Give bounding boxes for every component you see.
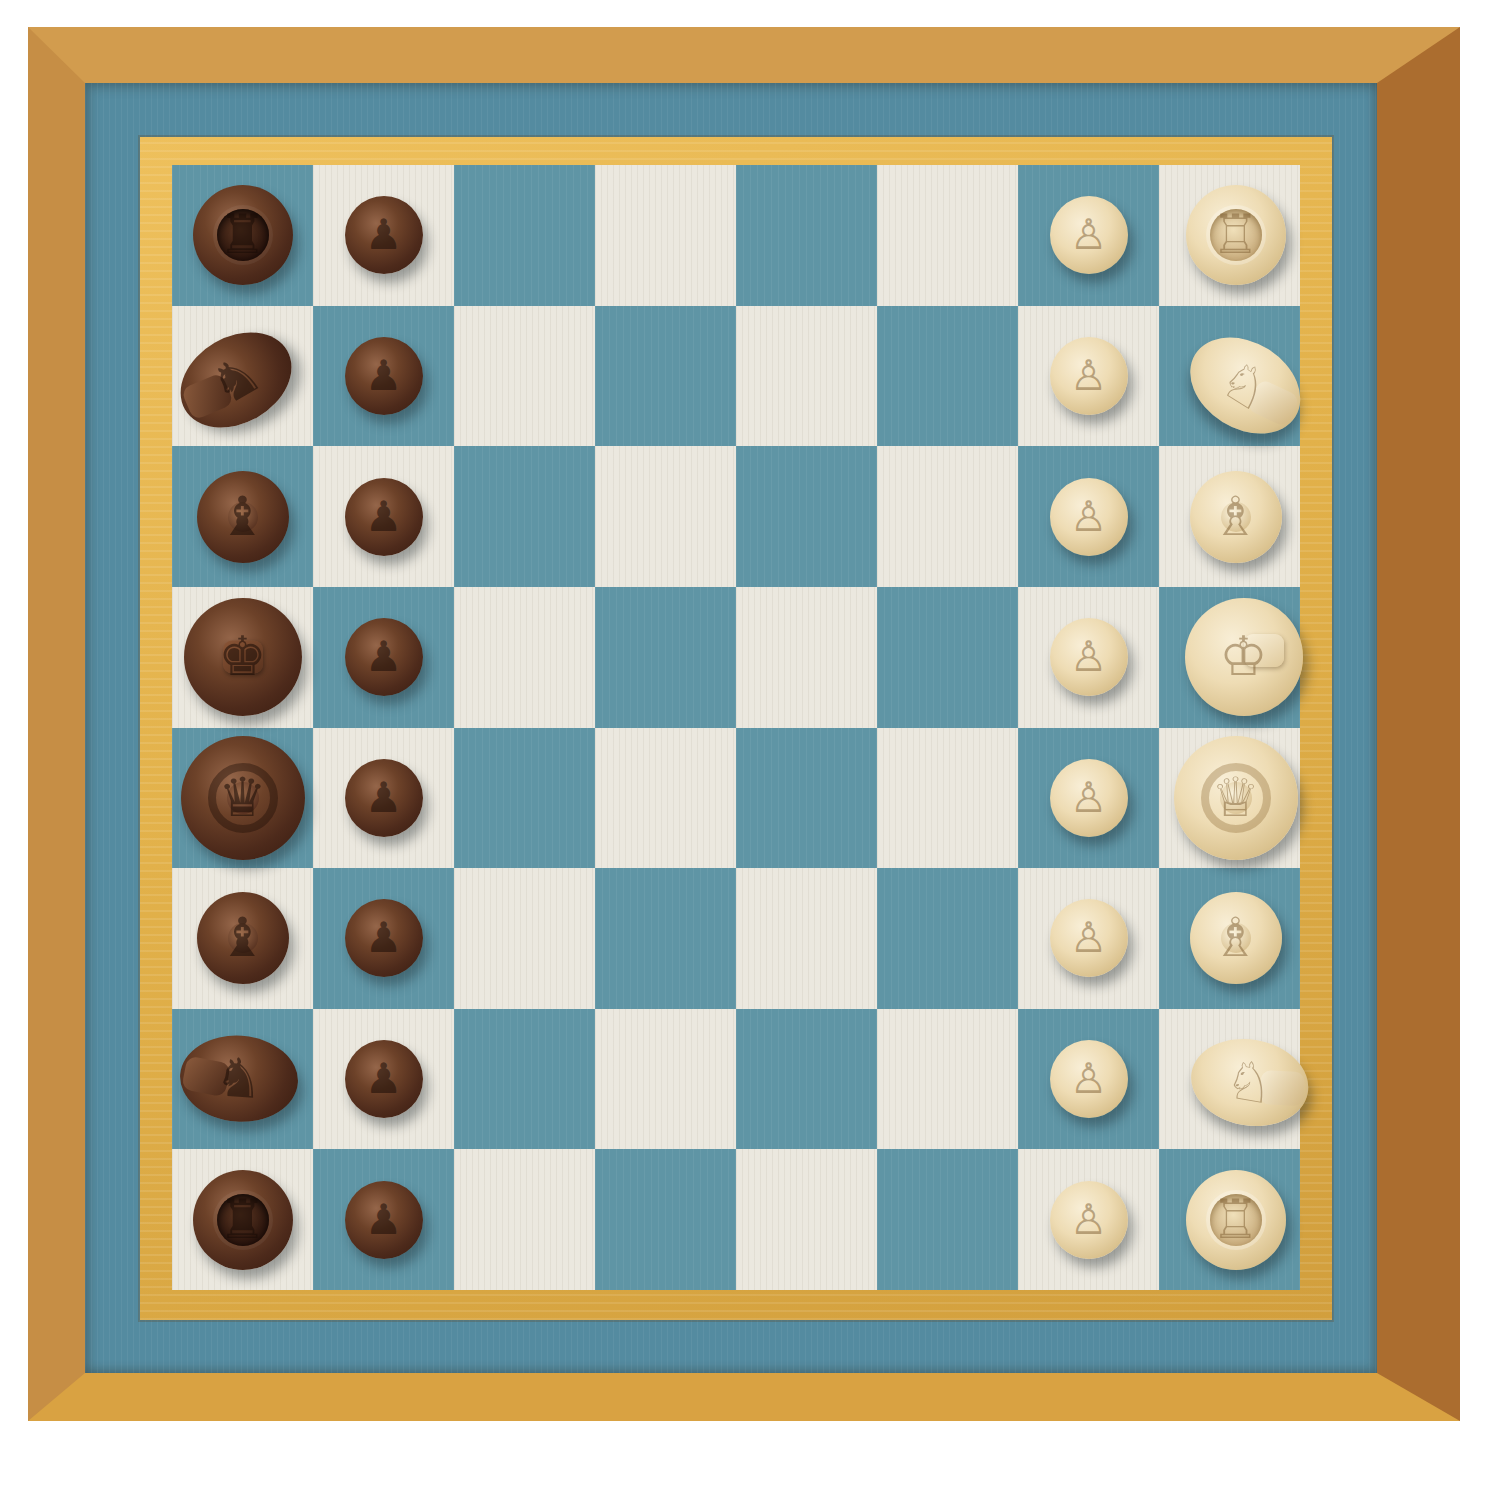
piece-glyph: ♖ [1186,185,1286,285]
black-king[interactable]: ♚ [184,598,302,716]
white-bishop[interactable]: ♗ [1190,892,1282,984]
square-e2[interactable]: ♙ [1018,587,1159,728]
white-knight[interactable]: ♘ [1184,1030,1315,1135]
square-e4[interactable] [736,587,877,728]
piece-glyph: ♙ [1050,1181,1128,1259]
black-pawn[interactable]: ♟ [345,1181,423,1259]
square-f6[interactable] [454,446,595,587]
white-rook[interactable]: ♖ [1186,1170,1286,1270]
square-g1[interactable]: ♘ [1159,306,1300,447]
square-c4[interactable] [736,868,877,1009]
white-pawn[interactable]: ♙ [1050,478,1128,556]
piece-glyph: ♝ [197,892,289,984]
square-h8[interactable]: ♜ [172,165,313,306]
black-pawn[interactable]: ♟ [345,899,423,977]
square-f3[interactable] [877,446,1018,587]
square-h5[interactable] [595,165,736,306]
piece-glyph: ♙ [1050,618,1128,696]
square-a5[interactable] [595,1149,736,1290]
square-b1[interactable]: ♘ [1159,1009,1300,1150]
square-b7[interactable]: ♟ [313,1009,454,1150]
piece-glyph: ♟ [345,899,423,977]
piece-glyph: ♙ [1050,899,1128,977]
piece-glyph: ♖ [1186,1170,1286,1270]
square-h6[interactable] [454,165,595,306]
square-c8[interactable]: ♝ [172,868,313,1009]
square-b4[interactable] [736,1009,877,1150]
piece-glyph: ♟ [345,337,423,415]
black-queen[interactable]: ♛ [181,736,305,860]
square-d3[interactable] [877,728,1018,869]
square-h7[interactable]: ♟ [313,165,454,306]
square-h2[interactable]: ♙ [1018,165,1159,306]
square-a1[interactable]: ♖ [1159,1149,1300,1290]
square-g8[interactable]: ♞ [172,306,313,447]
black-bishop[interactable]: ♝ [197,892,289,984]
square-f2[interactable]: ♙ [1018,446,1159,587]
square-d2[interactable]: ♙ [1018,728,1159,869]
white-rook[interactable]: ♖ [1186,185,1286,285]
square-f8[interactable]: ♝ [172,446,313,587]
square-e3[interactable] [877,587,1018,728]
black-pawn[interactable]: ♟ [345,478,423,556]
black-knight[interactable]: ♞ [177,1032,301,1126]
piece-glyph: ♙ [1050,759,1128,837]
square-e8[interactable]: ♚ [172,587,313,728]
piece-glyph: ♙ [1050,337,1128,415]
white-pawn[interactable]: ♙ [1050,899,1128,977]
black-pawn[interactable]: ♟ [345,196,423,274]
square-c6[interactable] [454,868,595,1009]
black-rook[interactable]: ♜ [193,185,293,285]
piece-glyph: ♗ [1190,892,1282,984]
piece-glyph: ♗ [1190,471,1282,563]
square-b5[interactable] [595,1009,736,1150]
square-e5[interactable] [595,587,736,728]
piece-glyph: ♜ [193,1170,293,1270]
white-bishop[interactable]: ♗ [1190,471,1282,563]
square-b8[interactable]: ♞ [172,1009,313,1150]
black-pawn[interactable]: ♟ [345,618,423,696]
square-g6[interactable] [454,306,595,447]
piece-glyph: ♟ [345,1181,423,1259]
piece-glyph: ♟ [345,196,423,274]
black-pawn[interactable]: ♟ [345,759,423,837]
square-d8[interactable]: ♛ [172,728,313,869]
square-g2[interactable]: ♙ [1018,306,1159,447]
piece-glyph: ♛ [181,736,305,860]
piece-glyph: ♙ [1050,478,1128,556]
piece-glyph: ♞ [163,313,308,446]
piece-glyph: ♟ [345,618,423,696]
square-b6[interactable] [454,1009,595,1150]
white-pawn[interactable]: ♙ [1050,1181,1128,1259]
white-queen[interactable]: ♕ [1174,736,1298,860]
white-king[interactable]: ♔ [1185,598,1303,716]
square-e6[interactable] [454,587,595,728]
piece-glyph: ♟ [345,759,423,837]
piece-glyph: ♞ [177,1032,301,1126]
square-d1[interactable]: ♕ [1159,728,1300,869]
piece-glyph: ♜ [193,185,293,285]
square-d6[interactable] [454,728,595,869]
black-knight[interactable]: ♞ [163,313,308,446]
square-g3[interactable] [877,306,1018,447]
square-f5[interactable] [595,446,736,587]
piece-glyph: ♚ [184,598,302,716]
piece-glyph: ♟ [345,1040,423,1118]
photo-background: ♜♟♙♖♞♟♙♘♝♟♙♗♚♟♙♔♛♟♙♕♝♟♙♗♞♟♙♘♜♟♙♖ [0,0,1500,1500]
square-a8[interactable]: ♜ [172,1149,313,1290]
square-a6[interactable] [454,1149,595,1290]
square-a2[interactable]: ♙ [1018,1149,1159,1290]
square-c2[interactable]: ♙ [1018,868,1159,1009]
white-pawn[interactable]: ♙ [1050,1040,1128,1118]
piece-glyph: ♙ [1050,196,1128,274]
piece-glyph: ♘ [1172,318,1318,453]
piece-glyph: ♔ [1185,598,1303,716]
white-knight[interactable]: ♘ [1172,318,1318,453]
square-f4[interactable] [736,446,877,587]
square-e7[interactable]: ♟ [313,587,454,728]
square-d4[interactable] [736,728,877,869]
square-b2[interactable]: ♙ [1018,1009,1159,1150]
piece-glyph: ♟ [345,478,423,556]
white-pawn[interactable]: ♙ [1050,618,1128,696]
square-a3[interactable] [877,1149,1018,1290]
square-g5[interactable] [595,306,736,447]
piece-glyph: ♙ [1050,1040,1128,1118]
white-pawn[interactable]: ♙ [1050,759,1128,837]
square-h1[interactable]: ♖ [1159,165,1300,306]
square-f7[interactable]: ♟ [313,446,454,587]
piece-glyph: ♘ [1184,1030,1315,1135]
black-pawn[interactable]: ♟ [345,1040,423,1118]
square-c1[interactable]: ♗ [1159,868,1300,1009]
white-pawn[interactable]: ♙ [1050,196,1128,274]
square-c5[interactable] [595,868,736,1009]
square-g7[interactable]: ♟ [313,306,454,447]
square-d5[interactable] [595,728,736,869]
black-rook[interactable]: ♜ [193,1170,293,1270]
black-pawn[interactable]: ♟ [345,337,423,415]
square-b3[interactable] [877,1009,1018,1150]
square-h4[interactable] [736,165,877,306]
square-h3[interactable] [877,165,1018,306]
square-d7[interactable]: ♟ [313,728,454,869]
square-a4[interactable] [736,1149,877,1290]
white-pawn[interactable]: ♙ [1050,337,1128,415]
piece-glyph: ♕ [1174,736,1298,860]
square-a7[interactable]: ♟ [313,1149,454,1290]
black-bishop[interactable]: ♝ [197,471,289,563]
square-c3[interactable] [877,868,1018,1009]
square-c7[interactable]: ♟ [313,868,454,1009]
square-e1[interactable]: ♔ [1159,587,1300,728]
square-f1[interactable]: ♗ [1159,446,1300,587]
piece-glyph: ♝ [197,471,289,563]
chess-board: ♜♟♙♖♞♟♙♘♝♟♙♗♚♟♙♔♛♟♙♕♝♟♙♗♞♟♙♘♜♟♙♖ [172,165,1300,1290]
square-g4[interactable] [736,306,877,447]
